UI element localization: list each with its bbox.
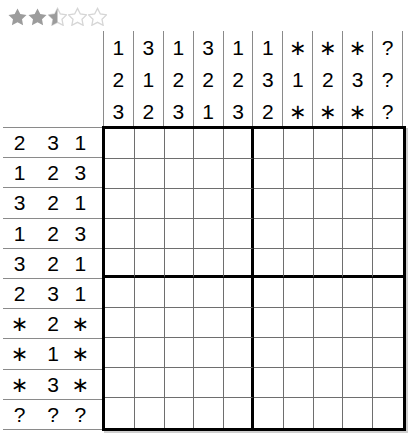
- row-clue: ∗: [3, 370, 36, 400]
- grid-cell[interactable]: [284, 129, 314, 159]
- grid-cell[interactable]: [373, 308, 403, 338]
- grid-cell[interactable]: [194, 249, 224, 279]
- grid-cell[interactable]: [194, 278, 224, 308]
- column-clue: 1: [253, 31, 283, 63]
- column-clue: 1: [224, 31, 254, 63]
- row-clue: 3: [36, 279, 69, 309]
- column-clue: ∗: [343, 95, 373, 127]
- column-clue: 2: [313, 63, 343, 95]
- row-clue: ∗: [70, 339, 103, 369]
- column-clue: 3: [134, 31, 164, 63]
- grid-cell[interactable]: [105, 278, 135, 308]
- grid-cell[interactable]: [343, 368, 373, 398]
- grid-cell[interactable]: [135, 398, 165, 428]
- empty-star-icon: [88, 7, 107, 26]
- grid-cell[interactable]: [194, 189, 224, 219]
- grid-cell[interactable]: [373, 189, 403, 219]
- grid-cell[interactable]: [373, 159, 403, 189]
- grid-cell[interactable]: [254, 219, 284, 249]
- grid-cell[interactable]: [224, 278, 254, 308]
- grid-cell[interactable]: [284, 219, 314, 249]
- grid-cell[interactable]: [314, 338, 344, 368]
- grid-cell[interactable]: [135, 368, 165, 398]
- grid-cell[interactable]: [224, 308, 254, 338]
- column-clue: ∗: [283, 31, 313, 63]
- grid-cell[interactable]: [165, 159, 195, 189]
- row-clue: 2: [36, 188, 69, 218]
- grid-cell[interactable]: [105, 219, 135, 249]
- grid-cell[interactable]: [224, 249, 254, 279]
- grid-cell[interactable]: [373, 338, 403, 368]
- row-clue: ∗: [70, 370, 103, 400]
- column-clue: 2: [194, 63, 224, 95]
- grid-cell[interactable]: [284, 249, 314, 279]
- grid-cell[interactable]: [314, 159, 344, 189]
- grid-cell[interactable]: [165, 219, 195, 249]
- column-clues: 131311∗∗∗?212223123?323132∗∗∗?: [103, 31, 403, 127]
- grid-cell[interactable]: [165, 189, 195, 219]
- row-clue: 2: [3, 279, 36, 309]
- row-clue: 3: [70, 219, 103, 249]
- grid-cell[interactable]: [314, 129, 344, 159]
- grid-cell[interactable]: [165, 249, 195, 279]
- half-star-icon: [48, 7, 67, 26]
- full-star-icon: [8, 7, 27, 26]
- grid-cell[interactable]: [105, 398, 135, 428]
- row-clue: 1: [36, 339, 69, 369]
- column-clue: 2: [253, 95, 283, 127]
- grid-cell[interactable]: [373, 219, 403, 249]
- grid-cell[interactable]: [105, 189, 135, 219]
- grid-cell[interactable]: [373, 398, 403, 428]
- column-clue: 1: [134, 63, 164, 95]
- grid-cell[interactable]: [254, 398, 284, 428]
- column-clue: 3: [104, 95, 134, 127]
- column-clue: 1: [104, 31, 134, 63]
- grid-cell[interactable]: [105, 129, 135, 159]
- puzzle-board: [102, 126, 406, 431]
- column-clue: 3: [343, 63, 373, 95]
- grid-cell[interactable]: [343, 159, 373, 189]
- grid-cell[interactable]: [314, 368, 344, 398]
- column-clue: 3: [194, 31, 224, 63]
- row-clue: 1: [70, 249, 103, 279]
- grid-cell[interactable]: [194, 219, 224, 249]
- row-clue: 1: [70, 188, 103, 218]
- grid-cell[interactable]: [254, 368, 284, 398]
- row-clue: 2: [3, 128, 36, 158]
- row-clue: 2: [36, 309, 69, 339]
- grid-cell[interactable]: [135, 159, 165, 189]
- grid-cell[interactable]: [254, 159, 284, 189]
- grid-cell[interactable]: [254, 338, 284, 368]
- row-clues: 231123321123321231∗2∗∗1∗∗3∗???: [3, 127, 103, 430]
- grid-cell[interactable]: [194, 368, 224, 398]
- grid-cell[interactable]: [343, 219, 373, 249]
- row-clue: ∗: [70, 309, 103, 339]
- grid-cell[interactable]: [343, 129, 373, 159]
- grid-cell[interactable]: [254, 278, 284, 308]
- column-clue: 3: [164, 95, 194, 127]
- grid-cell[interactable]: [373, 129, 403, 159]
- grid-cell[interactable]: [373, 368, 403, 398]
- grid-cell[interactable]: [373, 278, 403, 308]
- column-clue: ∗: [343, 31, 373, 63]
- grid-cell[interactable]: [165, 368, 195, 398]
- grid-cell[interactable]: [224, 159, 254, 189]
- grid-cell[interactable]: [254, 249, 284, 279]
- grid-cell[interactable]: [254, 189, 284, 219]
- row-clue: ∗: [3, 309, 36, 339]
- grid-cell[interactable]: [135, 278, 165, 308]
- grid-cell[interactable]: [224, 219, 254, 249]
- column-clue: ∗: [313, 95, 343, 127]
- grid-cell[interactable]: [194, 338, 224, 368]
- grid-cell[interactable]: [194, 308, 224, 338]
- column-clue: ∗: [283, 95, 313, 127]
- grid-cell[interactable]: [314, 398, 344, 428]
- grid-cell[interactable]: [343, 278, 373, 308]
- column-clue: 1: [194, 95, 224, 127]
- column-clue: 2: [104, 63, 134, 95]
- grid-cell[interactable]: [135, 189, 165, 219]
- column-clue: 1: [283, 63, 313, 95]
- row-clue: ?: [3, 400, 36, 430]
- grid-cell[interactable]: [314, 278, 344, 308]
- row-clue: 1: [3, 219, 36, 249]
- grid-cell[interactable]: [343, 338, 373, 368]
- grid-cell[interactable]: [165, 278, 195, 308]
- grid-cell[interactable]: [105, 249, 135, 279]
- grid-cell[interactable]: [284, 338, 314, 368]
- puzzle-screen: 131311∗∗∗?212223123?323132∗∗∗? 231123321…: [0, 0, 410, 438]
- grid-cell[interactable]: [224, 398, 254, 428]
- column-clue: 2: [164, 63, 194, 95]
- grid-cell[interactable]: [224, 189, 254, 219]
- row-clue: 3: [3, 188, 36, 218]
- row-clue: 1: [3, 158, 36, 188]
- row-clue: 2: [36, 158, 69, 188]
- grid-cell[interactable]: [284, 278, 314, 308]
- grid-cell[interactable]: [194, 398, 224, 428]
- grid-cell[interactable]: [135, 249, 165, 279]
- grid-cell[interactable]: [284, 368, 314, 398]
- grid-cell[interactable]: [105, 368, 135, 398]
- row-clue: 3: [3, 249, 36, 279]
- grid-cell[interactable]: [165, 398, 195, 428]
- column-clue: 3: [224, 95, 254, 127]
- grid-cell[interactable]: [284, 398, 314, 428]
- grid-cell[interactable]: [135, 219, 165, 249]
- row-clue: ?: [70, 400, 103, 430]
- grid-cell[interactable]: [194, 129, 224, 159]
- grid-cell[interactable]: [105, 338, 135, 368]
- grid-cell[interactable]: [314, 189, 344, 219]
- grid-cell[interactable]: [373, 249, 403, 279]
- column-clue: 2: [224, 63, 254, 95]
- grid-cell[interactable]: [343, 249, 373, 279]
- row-clue: 2: [36, 249, 69, 279]
- grid-cell[interactable]: [284, 189, 314, 219]
- grid-cell[interactable]: [254, 308, 284, 338]
- row-clue: ?: [36, 400, 69, 430]
- grid-cell[interactable]: [224, 368, 254, 398]
- grid-cell[interactable]: [165, 129, 195, 159]
- full-star-icon: [28, 7, 47, 26]
- grid-cell[interactable]: [284, 308, 314, 338]
- row-clue: 2: [36, 219, 69, 249]
- grid-cell[interactable]: [314, 249, 344, 279]
- column-clue: ?: [373, 95, 403, 127]
- grid-cell[interactable]: [165, 308, 195, 338]
- grid-cell[interactable]: [135, 338, 165, 368]
- grid-cell[interactable]: [284, 159, 314, 189]
- row-clue: 3: [36, 128, 69, 158]
- grid-cell[interactable]: [165, 338, 195, 368]
- grid-cell[interactable]: [135, 308, 165, 338]
- column-clue: ?: [373, 31, 403, 63]
- row-clue: 3: [36, 370, 69, 400]
- grid-cell[interactable]: [314, 219, 344, 249]
- column-clue: ?: [373, 63, 403, 95]
- grid-cell[interactable]: [224, 129, 254, 159]
- grid-cell[interactable]: [254, 129, 284, 159]
- difficulty-rating: [8, 7, 107, 26]
- grid-cell[interactable]: [224, 338, 254, 368]
- row-clue: 3: [70, 158, 103, 188]
- grid-cell[interactable]: [105, 159, 135, 189]
- row-clue: ∗: [3, 339, 36, 369]
- row-clue: 1: [70, 279, 103, 309]
- grid-cell[interactable]: [314, 308, 344, 338]
- grid-cell[interactable]: [343, 398, 373, 428]
- column-clue: 1: [164, 31, 194, 63]
- grid-cell[interactable]: [135, 129, 165, 159]
- grid-cell[interactable]: [194, 159, 224, 189]
- grid-cell[interactable]: [343, 308, 373, 338]
- grid-cell[interactable]: [343, 189, 373, 219]
- row-clue: 1: [70, 128, 103, 158]
- column-clue: 3: [253, 63, 283, 95]
- column-clue: ∗: [313, 31, 343, 63]
- column-clue: 2: [134, 95, 164, 127]
- empty-star-icon: [68, 7, 87, 26]
- grid-cell[interactable]: [105, 308, 135, 338]
